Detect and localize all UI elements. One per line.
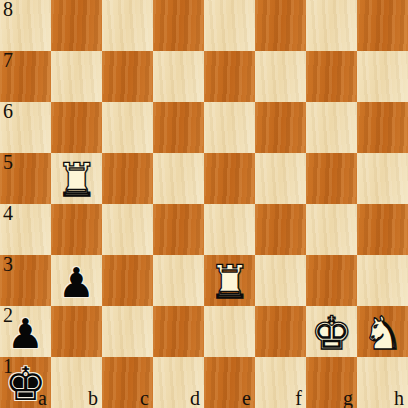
square-f2[interactable]	[255, 306, 306, 357]
square-e2[interactable]	[204, 306, 255, 357]
square-d8[interactable]	[153, 0, 204, 51]
white-king-g2[interactable]: ♚	[311, 307, 352, 356]
file-label-d: d	[190, 387, 200, 408]
square-h6[interactable]	[357, 102, 408, 153]
square-d7[interactable]	[153, 51, 204, 102]
square-g5[interactable]	[306, 153, 357, 204]
square-b2[interactable]	[51, 306, 102, 357]
square-e6[interactable]	[204, 102, 255, 153]
file-label-c: c	[140, 387, 149, 408]
white-rook-b5[interactable]: ♜	[56, 154, 97, 203]
rank-label-8: 8	[3, 0, 13, 22]
square-c1[interactable]: c	[102, 357, 153, 408]
square-b3[interactable]: ♟	[51, 255, 102, 306]
square-a6[interactable]: 6	[0, 102, 51, 153]
square-d1[interactable]: d	[153, 357, 204, 408]
square-c5[interactable]	[102, 153, 153, 204]
square-f4[interactable]	[255, 204, 306, 255]
square-c2[interactable]	[102, 306, 153, 357]
rank-label-4: 4	[3, 201, 13, 226]
square-e7[interactable]	[204, 51, 255, 102]
rank-label-2: 2	[3, 303, 13, 328]
square-h4[interactable]	[357, 204, 408, 255]
black-pawn-b3[interactable]: ♟	[58, 257, 95, 304]
square-e4[interactable]	[204, 204, 255, 255]
file-label-g: g	[343, 387, 353, 408]
square-g4[interactable]	[306, 204, 357, 255]
square-f6[interactable]	[255, 102, 306, 153]
square-a2[interactable]: 2♟	[0, 306, 51, 357]
file-label-b: b	[88, 387, 98, 408]
square-f1[interactable]: f	[255, 357, 306, 408]
square-e1[interactable]: e	[204, 357, 255, 408]
square-b7[interactable]	[51, 51, 102, 102]
square-a1[interactable]: 1a♚	[0, 357, 51, 408]
square-b4[interactable]	[51, 204, 102, 255]
square-f5[interactable]	[255, 153, 306, 204]
square-g7[interactable]	[306, 51, 357, 102]
white-knight-h2[interactable]: ♞	[362, 307, 403, 356]
square-b8[interactable]	[51, 0, 102, 51]
square-h8[interactable]	[357, 0, 408, 51]
square-c3[interactable]	[102, 255, 153, 306]
file-label-h: h	[394, 387, 404, 408]
square-e5[interactable]	[204, 153, 255, 204]
square-a3[interactable]: 3	[0, 255, 51, 306]
white-rook-e3[interactable]: ♜	[209, 256, 250, 305]
rank-label-5: 5	[3, 150, 13, 175]
square-h3[interactable]	[357, 255, 408, 306]
square-d4[interactable]	[153, 204, 204, 255]
square-a4[interactable]: 4	[0, 204, 51, 255]
square-g2[interactable]: ♚	[306, 306, 357, 357]
square-d5[interactable]	[153, 153, 204, 204]
square-c8[interactable]	[102, 0, 153, 51]
square-d6[interactable]	[153, 102, 204, 153]
file-label-a: a	[38, 387, 47, 408]
square-b1[interactable]: b	[51, 357, 102, 408]
rank-label-3: 3	[3, 252, 13, 277]
square-h2[interactable]: ♞	[357, 306, 408, 357]
square-d2[interactable]	[153, 306, 204, 357]
square-f8[interactable]	[255, 0, 306, 51]
square-b5[interactable]: ♜	[51, 153, 102, 204]
chess-board: 8765♜43♟♜2♟♚♞1a♚bcdefgh	[0, 0, 408, 408]
square-g6[interactable]	[306, 102, 357, 153]
square-g1[interactable]: g	[306, 357, 357, 408]
square-e8[interactable]	[204, 0, 255, 51]
rank-label-1: 1	[3, 354, 13, 379]
square-b6[interactable]	[51, 102, 102, 153]
square-a5[interactable]: 5	[0, 153, 51, 204]
square-e3[interactable]: ♜	[204, 255, 255, 306]
rank-label-7: 7	[3, 48, 13, 73]
square-c6[interactable]	[102, 102, 153, 153]
square-g3[interactable]	[306, 255, 357, 306]
square-c7[interactable]	[102, 51, 153, 102]
rank-label-6: 6	[3, 99, 13, 124]
square-c4[interactable]	[102, 204, 153, 255]
square-h5[interactable]	[357, 153, 408, 204]
file-label-e: e	[242, 387, 251, 408]
square-h7[interactable]	[357, 51, 408, 102]
square-g8[interactable]	[306, 0, 357, 51]
square-f7[interactable]	[255, 51, 306, 102]
square-a7[interactable]: 7	[0, 51, 51, 102]
square-d3[interactable]	[153, 255, 204, 306]
square-h1[interactable]: h	[357, 357, 408, 408]
file-label-f: f	[295, 387, 302, 408]
square-a8[interactable]: 8	[0, 0, 51, 51]
square-f3[interactable]	[255, 255, 306, 306]
